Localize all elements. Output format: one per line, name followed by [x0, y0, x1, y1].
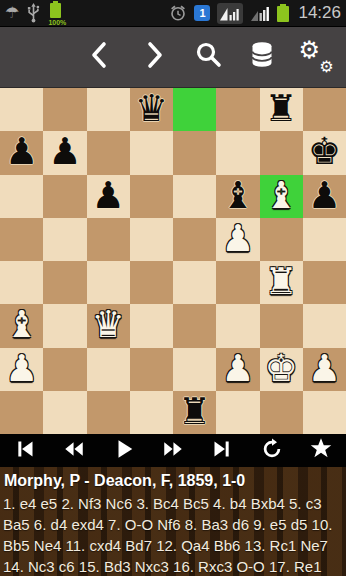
square-h3[interactable]	[303, 304, 346, 347]
white-queen-piece: ♛	[92, 306, 125, 343]
square-c7[interactable]	[87, 131, 130, 174]
white-bishop-piece: ♝	[5, 306, 38, 343]
square-g6[interactable]: ♝	[260, 175, 303, 218]
toolbar: ⚙ ⚙	[0, 27, 346, 88]
notification-count: 1	[199, 7, 205, 19]
white-pawn-piece: ♟	[5, 350, 38, 387]
square-a2[interactable]: ♟	[0, 348, 43, 391]
square-a5[interactable]	[0, 218, 43, 261]
database-button[interactable]	[239, 34, 284, 80]
black-rook-piece: ♜	[178, 393, 211, 430]
umbrella-icon: ☂	[5, 5, 19, 21]
square-g7[interactable]	[260, 131, 303, 174]
square-e4[interactable]	[173, 261, 216, 304]
black-pawn-piece: ♟	[48, 133, 81, 170]
square-c4[interactable]	[87, 261, 130, 304]
rewind-icon	[62, 439, 86, 463]
square-e7[interactable]	[173, 131, 216, 174]
square-h6[interactable]: ♟	[303, 175, 346, 218]
battery-percent-label: 100%	[46, 19, 68, 26]
square-e8[interactable]	[173, 88, 216, 131]
signal-bars-icon	[250, 5, 270, 22]
square-e2[interactable]	[173, 348, 216, 391]
rewind-button[interactable]	[57, 437, 91, 465]
notification-badge: 1	[194, 5, 210, 21]
status-time: 14:26	[298, 3, 341, 23]
skip-to-end-button[interactable]	[205, 437, 239, 465]
status-bar: ☂ 100%	[0, 0, 346, 27]
square-f4[interactable]	[216, 261, 259, 304]
skip-to-start-icon	[14, 439, 36, 463]
database-icon	[248, 40, 276, 74]
square-f3[interactable]	[216, 304, 259, 347]
moves-text[interactable]: 1. e4 e5 2. Nf3 Nc6 3. Bc4 Bc5 4. b4 Bxb…	[3, 493, 343, 576]
usb-icon	[26, 3, 41, 23]
white-pawn-piece: ♟	[221, 220, 254, 257]
skip-to-end-icon	[211, 439, 233, 463]
black-pawn-piece: ♟	[92, 177, 125, 214]
white-pawn-piece: ♟	[308, 350, 341, 387]
square-e1[interactable]: ♜	[173, 391, 216, 434]
square-a6[interactable]	[0, 175, 43, 218]
square-e5[interactable]	[173, 218, 216, 261]
square-c2[interactable]	[87, 348, 130, 391]
square-g2[interactable]: ♚	[260, 348, 303, 391]
square-c1[interactable]	[87, 391, 130, 434]
game-info-panel: Morphy, P - Deacon, F, 1859, 1-0 1. e4 e…	[0, 467, 346, 576]
playback-controls	[0, 434, 346, 467]
game-title: Morphy, P - Deacon, F, 1859, 1-0	[4, 472, 343, 490]
square-a4[interactable]	[0, 261, 43, 304]
app-window: ☂ 100%	[0, 0, 346, 576]
battery-100-icon: 100%	[48, 1, 63, 25]
square-b7[interactable]: ♟	[43, 131, 86, 174]
previous-game-button[interactable]	[77, 34, 122, 80]
square-a8[interactable]	[0, 88, 43, 131]
search-icon	[193, 40, 223, 74]
square-f7[interactable]	[216, 131, 259, 174]
square-c6[interactable]: ♟	[87, 175, 130, 218]
fast-forward-icon	[161, 439, 185, 463]
square-a7[interactable]: ♟	[0, 131, 43, 174]
square-g3[interactable]	[260, 304, 303, 347]
refresh-icon	[261, 438, 283, 464]
fast-forward-button[interactable]	[156, 437, 190, 465]
star-icon	[309, 437, 333, 464]
black-queen-piece: ♛	[135, 90, 168, 127]
settings-gears-icon: ⚙ ⚙	[299, 40, 333, 74]
square-b4[interactable]	[43, 261, 86, 304]
square-b3[interactable]	[43, 304, 86, 347]
square-b5[interactable]	[43, 218, 86, 261]
square-f5[interactable]: ♟	[216, 218, 259, 261]
square-d4[interactable]	[130, 261, 173, 304]
square-h1[interactable]	[303, 391, 346, 434]
battery-icon	[277, 4, 289, 22]
square-d1[interactable]	[130, 391, 173, 434]
black-king-piece: ♚	[308, 133, 341, 170]
square-g5[interactable]	[260, 218, 303, 261]
square-c8[interactable]	[87, 88, 130, 131]
square-f6[interactable]: ♝	[216, 175, 259, 218]
square-a3[interactable]: ♝	[0, 304, 43, 347]
next-game-button[interactable]	[131, 34, 176, 80]
square-f1[interactable]	[216, 391, 259, 434]
square-f8[interactable]	[216, 88, 259, 131]
square-b8[interactable]	[43, 88, 86, 131]
black-rook-piece: ♜	[265, 90, 298, 127]
black-bishop-piece: ♝	[221, 177, 254, 214]
square-a1[interactable]	[0, 391, 43, 434]
white-king-piece: ♚	[265, 350, 298, 387]
square-d6[interactable]	[130, 175, 173, 218]
white-bishop-piece: ♝	[265, 177, 298, 214]
chess-board: ♛♜♟♟♚♟♝♝♟♟♜♝♛♟♟♚♟♜	[0, 88, 346, 434]
star-button[interactable]	[304, 437, 338, 465]
square-h7[interactable]: ♚	[303, 131, 346, 174]
search-button[interactable]	[185, 34, 230, 80]
skip-to-start-button[interactable]	[8, 437, 42, 465]
alarm-icon	[169, 4, 187, 22]
square-b1[interactable]	[43, 391, 86, 434]
white-pawn-piece: ♟	[221, 350, 254, 387]
play-button[interactable]	[107, 437, 141, 465]
square-h4[interactable]	[303, 261, 346, 304]
square-g4[interactable]: ♜	[260, 261, 303, 304]
square-b6[interactable]	[43, 175, 86, 218]
settings-button[interactable]: ⚙ ⚙	[293, 34, 338, 80]
chevron-left-icon	[86, 40, 114, 74]
square-d3[interactable]	[130, 304, 173, 347]
square-h2[interactable]: ♟	[303, 348, 346, 391]
play-icon	[113, 438, 135, 464]
square-e6[interactable]	[173, 175, 216, 218]
square-d7[interactable]	[130, 131, 173, 174]
white-rook-piece: ♜	[265, 263, 298, 300]
refresh-button[interactable]	[255, 437, 289, 465]
sdcard-signal-icon	[217, 3, 243, 24]
square-e3[interactable]	[173, 304, 216, 347]
square-g1[interactable]	[260, 391, 303, 434]
black-pawn-piece: ♟	[5, 133, 38, 170]
square-d2[interactable]	[130, 348, 173, 391]
square-h5[interactable]	[303, 218, 346, 261]
square-d5[interactable]	[130, 218, 173, 261]
square-c5[interactable]	[87, 218, 130, 261]
square-c3[interactable]: ♛	[87, 304, 130, 347]
square-h8[interactable]	[303, 88, 346, 131]
square-g8[interactable]: ♜	[260, 88, 303, 131]
square-f2[interactable]: ♟	[216, 348, 259, 391]
chevron-right-icon	[140, 40, 168, 74]
square-b2[interactable]	[43, 348, 86, 391]
black-pawn-piece: ♟	[308, 177, 341, 214]
square-d8[interactable]: ♛	[130, 88, 173, 131]
